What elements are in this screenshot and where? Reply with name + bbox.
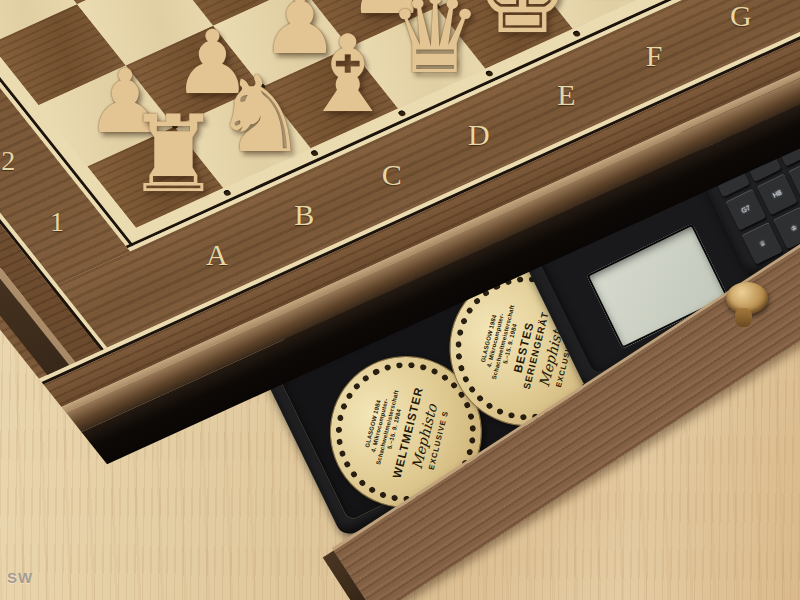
chess-piece-N: ♞ (212, 62, 308, 168)
photo-stage: GLASGOW 1984 4. Mikrocomputer- Schachwel… (0, 0, 800, 600)
knob-neck (735, 308, 752, 327)
key-label: ♔ (789, 223, 798, 233)
watermark: SW (7, 569, 33, 586)
chess-piece-Q: ♛ (387, 0, 483, 89)
chess-piece-R: ♜ (125, 102, 221, 208)
chess-piece-B: ♝ (562, 0, 658, 9)
chess-piece-K: ♚ (474, 0, 570, 49)
key-label: G7 (740, 204, 751, 214)
key-label: ♕ (758, 238, 767, 248)
drawer-knob (726, 282, 770, 330)
key-label: H8 (772, 189, 783, 199)
chess-piece-B: ♝ (300, 22, 396, 128)
